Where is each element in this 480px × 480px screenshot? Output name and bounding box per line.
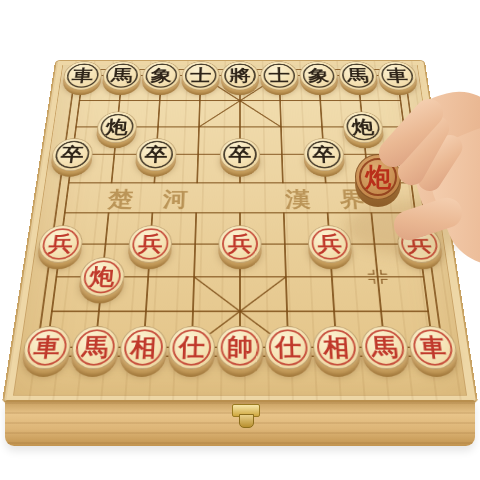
piece-glyph: 卒 xyxy=(312,144,336,162)
piece-glyph: 卒 xyxy=(60,144,85,162)
piece-black-horse[interactable]: 馬 xyxy=(102,61,143,90)
piece-glyph: 將 xyxy=(229,67,250,83)
piece-black-chariot[interactable]: 車 xyxy=(377,61,419,90)
piece-red-advisor[interactable]: 仕 xyxy=(265,326,313,369)
piece-glyph: 士 xyxy=(268,67,290,83)
piece-glyph: 馬 xyxy=(111,67,134,83)
piece-glyph: 車 xyxy=(418,334,447,358)
piece-glyph: 兵 xyxy=(228,233,252,254)
piece-red-soldier[interactable]: 兵 xyxy=(127,225,173,263)
piece-glyph: 仕 xyxy=(178,334,205,358)
piece-red-chariot[interactable]: 車 xyxy=(21,326,73,369)
piece-glyph: 相 xyxy=(323,334,351,358)
piece-glyph: 帥 xyxy=(227,334,253,358)
piece-red-horse[interactable]: 馬 xyxy=(70,326,121,369)
piece-red-elephant[interactable]: 相 xyxy=(119,326,168,369)
piece-glyph: 兵 xyxy=(47,233,74,254)
piece-glyph: 相 xyxy=(130,334,158,358)
piece-red-general[interactable]: 帥 xyxy=(217,326,264,369)
piece-face: 將 xyxy=(221,61,259,90)
piece-glyph: 卒 xyxy=(229,144,252,162)
piece-glyph: 象 xyxy=(150,67,172,83)
piece-glyph: 馬 xyxy=(81,334,109,358)
piece-black-elephant[interactable]: 象 xyxy=(141,61,181,90)
piece-face: 卒 xyxy=(303,138,345,171)
piece-black-advisor[interactable]: 士 xyxy=(260,61,299,90)
piece-red-elephant[interactable]: 相 xyxy=(312,326,361,369)
piece-glyph: 象 xyxy=(308,67,330,83)
piece-face: 卒 xyxy=(220,138,261,171)
piece-glyph: 仕 xyxy=(275,334,302,358)
piece-glyph: 炮 xyxy=(105,117,129,135)
piece-glyph: 士 xyxy=(190,67,212,83)
piece-glyph: 車 xyxy=(386,67,409,83)
piece-red-horse[interactable]: 馬 xyxy=(360,326,411,369)
piece-black-chariot[interactable]: 車 xyxy=(62,61,104,90)
piece-black-elephant[interactable]: 象 xyxy=(299,61,339,90)
piece-glyph: 馬 xyxy=(370,334,398,358)
piece-face: 士 xyxy=(260,61,299,90)
piece-glyph: 兵 xyxy=(317,233,343,254)
piece-red-soldier[interactable]: 兵 xyxy=(218,225,262,263)
piece-red-cannon[interactable]: 炮 xyxy=(78,257,126,296)
piece-face: 仕 xyxy=(265,326,313,369)
xiangqi-product-photo: 楚河 漢界 車 馬 象 士 將 士 象 馬 車 xyxy=(0,0,480,480)
piece-glyph: 車 xyxy=(33,334,62,358)
piece-glyph: 炮 xyxy=(365,164,391,190)
piece-red-soldier[interactable]: 兵 xyxy=(36,225,84,263)
piece-black-cannon[interactable]: 炮 xyxy=(96,111,138,142)
brass-clasp-hasp xyxy=(239,414,254,428)
piece-black-soldier[interactable]: 卒 xyxy=(135,138,177,171)
piece-black-soldier[interactable]: 卒 xyxy=(220,138,261,171)
piece-glyph: 兵 xyxy=(138,233,164,254)
piece-black-horse[interactable]: 馬 xyxy=(338,61,379,90)
piece-glyph: 炮 xyxy=(89,265,116,287)
piece-face: 象 xyxy=(299,61,339,90)
piece-glyph: 車 xyxy=(71,67,94,83)
piece-black-advisor[interactable]: 士 xyxy=(181,61,220,90)
piece-black-soldier[interactable]: 卒 xyxy=(303,138,345,171)
piece-red-chariot[interactable]: 車 xyxy=(407,326,459,369)
piece-black-cannon[interactable]: 炮 xyxy=(342,111,384,142)
piece-glyph: 卒 xyxy=(144,144,168,162)
piece-glyph: 馬 xyxy=(347,67,370,83)
piece-face: 帥 xyxy=(217,326,264,369)
piece-black-soldier[interactable]: 卒 xyxy=(50,138,95,171)
piece-red-advisor[interactable]: 仕 xyxy=(168,326,216,369)
piece-glyph: 炮 xyxy=(351,117,375,135)
piece-black-general[interactable]: 將 xyxy=(221,61,259,90)
